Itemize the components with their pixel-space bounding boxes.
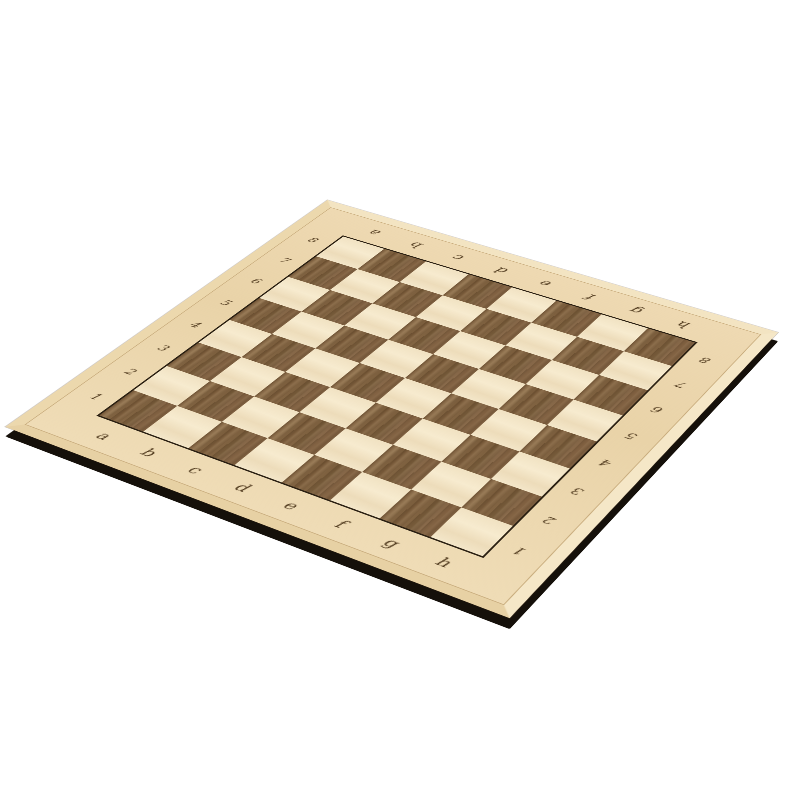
square-a1: [99, 390, 177, 431]
board-border: abcdefgh 87654321 87654321 abcdefgh: [25, 207, 762, 605]
file-label-h: h: [404, 539, 484, 585]
square-f2: [362, 445, 441, 490]
square-e4: [376, 378, 451, 419]
file-label-e: e: [252, 483, 330, 526]
square-h4: [520, 425, 597, 468]
square-h6: [574, 375, 648, 415]
file-label-b: b: [111, 432, 186, 472]
square-h2: [461, 479, 541, 526]
square-e1: [282, 455, 362, 500]
square-g3: [441, 435, 519, 479]
square-g5: [499, 384, 574, 425]
right-rank-label-5: 5: [598, 416, 667, 457]
right-rank-label-4: 4: [571, 442, 641, 484]
right-rank-label-2: 2: [514, 498, 588, 544]
right-rank-label-1: 1: [483, 527, 558, 574]
file-label-f: f: [301, 501, 379, 545]
square-d2: [268, 412, 346, 455]
playing-field: [96, 235, 697, 558]
board-bevel: abcdefgh 87654321 87654321 abcdefgh: [5, 200, 778, 618]
square-h3: [491, 451, 570, 496]
square-d1: [235, 438, 315, 482]
square-c2: [222, 396, 300, 438]
squares-grid: [99, 237, 695, 557]
square-e2: [314, 428, 393, 472]
square-g2: [411, 462, 491, 508]
right-rank-label-3: 3: [543, 469, 615, 513]
file-label-d: d: [204, 466, 281, 508]
square-d3: [299, 387, 375, 428]
file-label-g: g: [352, 520, 431, 565]
chess-board: abcdefgh 87654321 87654321 abcdefgh: [5, 200, 778, 618]
file-label-a: a: [66, 416, 141, 455]
square-b2: [177, 381, 254, 422]
product-photo-scene: abcdefgh 87654321 87654321 abcdefgh: [0, 0, 800, 800]
file-label-c: c: [157, 449, 233, 490]
square-g4: [471, 409, 548, 451]
square-h1: [431, 507, 513, 556]
square-g1: [380, 489, 462, 537]
square-c1: [188, 422, 267, 465]
near-file-labels: abcdefgh: [66, 416, 483, 585]
square-h5: [547, 400, 622, 442]
square-e3: [346, 403, 423, 445]
square-f3: [393, 419, 471, 462]
square-b1: [143, 406, 222, 448]
square-c3: [254, 372, 330, 412]
right-rank-label-6: 6: [625, 390, 692, 429]
square-f4: [423, 393, 499, 435]
square-f1: [330, 472, 411, 518]
rank-label-1: 1: [60, 377, 131, 415]
